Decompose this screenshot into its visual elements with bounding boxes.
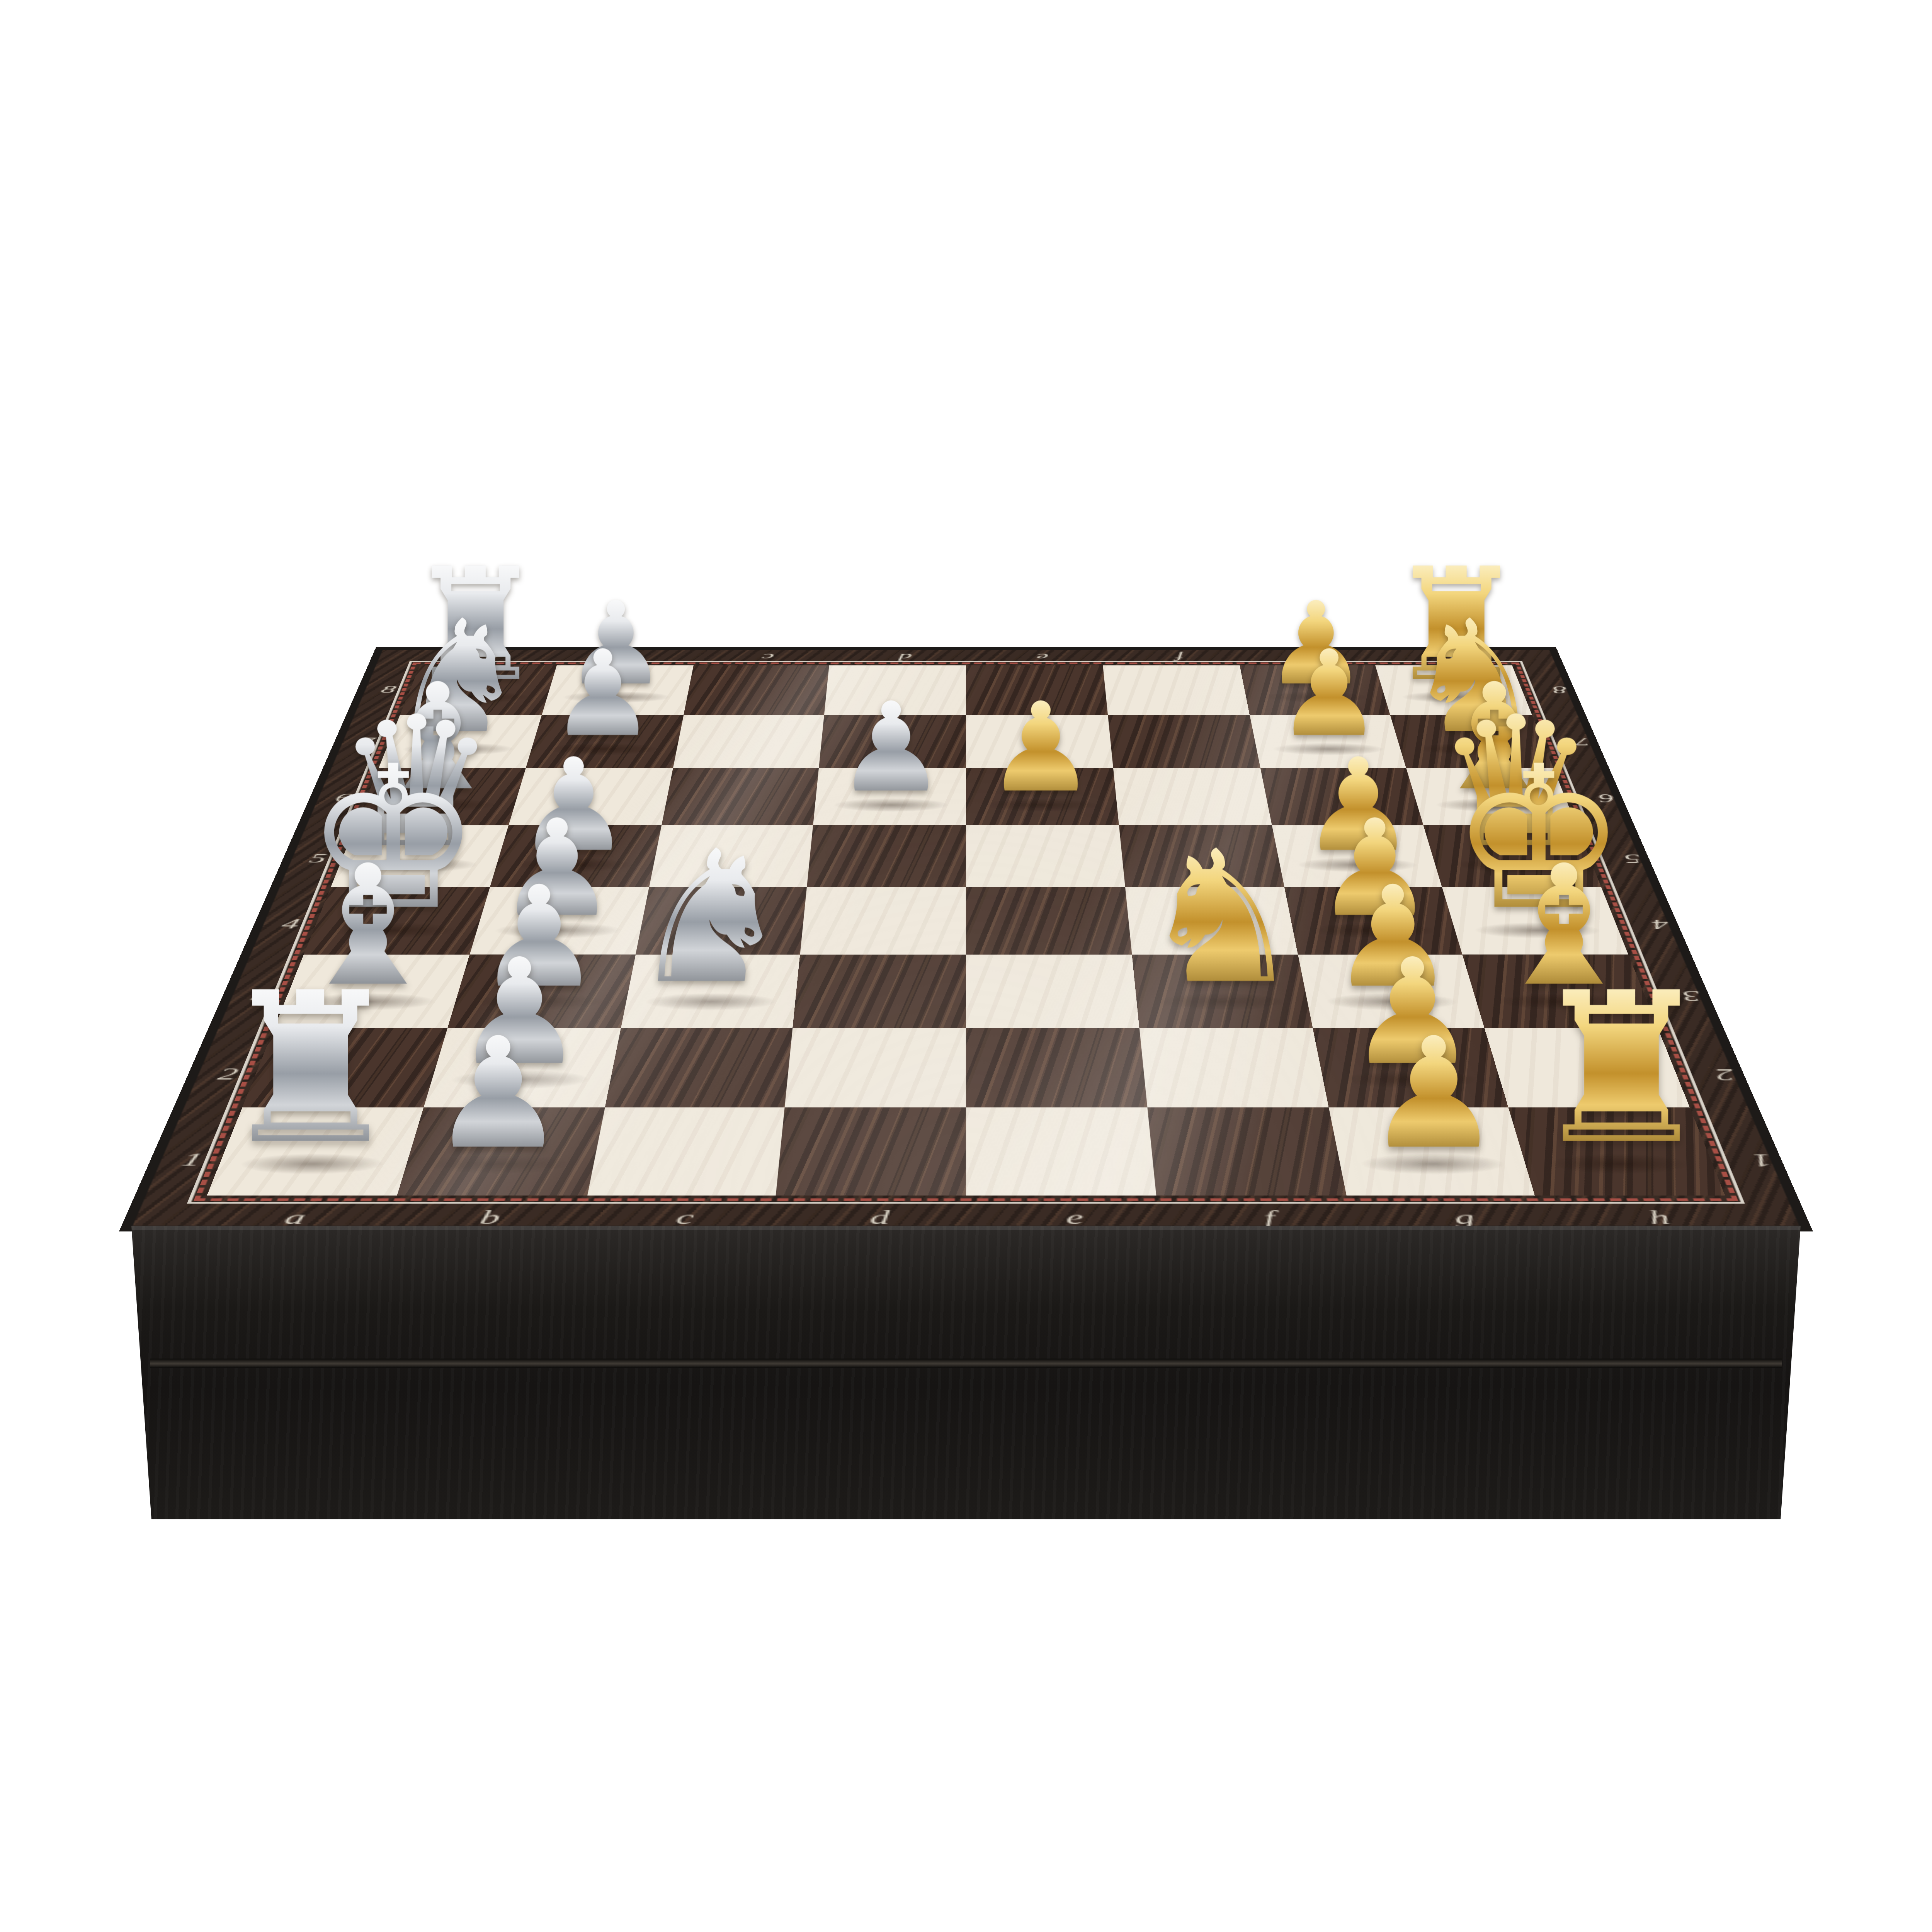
piece-silver-pawn-d6: ♟ — [835, 690, 946, 808]
square-d3 — [793, 954, 966, 1028]
piece-silver-pawn-b1: ♟ — [430, 1023, 567, 1168]
rank-label-right-4: 4 — [1636, 916, 1685, 933]
square-c8 — [683, 665, 830, 715]
square-e5 — [966, 825, 1125, 887]
square-d6: ♟♟ — [813, 768, 966, 825]
piece-gold-pawn-e6: ♟ — [986, 690, 1097, 808]
square-d2 — [785, 1028, 966, 1108]
piece-gold-pawn-g1: ♟ — [1365, 1023, 1502, 1168]
square-f2 — [1139, 1028, 1328, 1108]
square-f1 — [1147, 1108, 1345, 1196]
square-c3: ♞♞ — [620, 954, 801, 1028]
square-f3: ♞♞ — [1131, 954, 1312, 1028]
square-d1 — [776, 1108, 966, 1196]
square-d5 — [807, 825, 966, 887]
square-c7 — [672, 715, 825, 768]
box-seam-line — [150, 1359, 1782, 1368]
storage-box-front — [131, 1226, 1801, 1519]
square-c1 — [587, 1108, 785, 1196]
square-e6: ♟♟ — [966, 768, 1119, 825]
square-f8 — [1102, 665, 1249, 715]
chess-board: ♜♜♟♟♟♟♜♜♞♞♟♟♟♟♞♞♝♝♟♟♟♟♝♝♛♛♟♟♟♟♛♛♚♚♟♟♟♟♚♚… — [119, 647, 1813, 1231]
square-f7 — [1107, 715, 1260, 768]
square-e3 — [966, 954, 1139, 1028]
square-a1: ♜♜ — [207, 1108, 423, 1196]
square-e1 — [966, 1108, 1156, 1196]
board-top-surface: ♜♜♟♟♟♟♜♜♞♞♟♟♟♟♞♞♝♝♟♟♟♟♝♝♛♛♟♟♟♟♛♛♚♚♟♟♟♟♚♚… — [119, 647, 1813, 1231]
piece-gold-knight-f3: ♞ — [1140, 832, 1304, 1005]
rank-label-left-1: 1 — [164, 1149, 220, 1171]
square-d4 — [801, 887, 966, 954]
file-label-back-e: e — [1026, 651, 1061, 663]
square-b1: ♟♟ — [396, 1108, 604, 1196]
piece-gold-rook-h1: ♜ — [1528, 971, 1714, 1168]
file-label-back-c: c — [749, 651, 785, 663]
file-label-back-f: f — [1162, 651, 1199, 663]
piece-silver-rook-a1: ♜ — [218, 971, 405, 1168]
square-g1: ♟♟ — [1328, 1108, 1536, 1196]
square-e4 — [966, 887, 1131, 954]
box-edge-highlight — [131, 1226, 1801, 1230]
product-photo-canvas: ♜♜♟♟♟♟♜♜♞♞♟♟♟♟♞♞♝♝♟♟♟♟♝♝♛♛♟♟♟♟♛♛♚♚♟♟♟♟♚♚… — [0, 0, 1932, 1932]
photo-scene: ♜♜♟♟♟♟♜♜♞♞♟♟♟♟♞♞♝♝♟♟♟♟♝♝♛♛♟♟♟♟♛♛♚♚♟♟♟♟♚♚… — [0, 0, 1932, 1932]
board-grid: ♜♜♟♟♟♟♜♜♞♞♟♟♟♟♞♞♝♝♟♟♟♟♝♝♛♛♟♟♟♟♛♛♚♚♟♟♟♟♚♚… — [207, 665, 1725, 1196]
square-h1: ♜♜ — [1509, 1108, 1725, 1196]
rank-label-right-1: 1 — [1733, 1149, 1790, 1171]
square-e2 — [966, 1028, 1147, 1108]
file-label-back-d: d — [888, 651, 922, 663]
square-c2 — [604, 1028, 793, 1108]
piece-silver-knight-c3: ♞ — [628, 832, 792, 1005]
